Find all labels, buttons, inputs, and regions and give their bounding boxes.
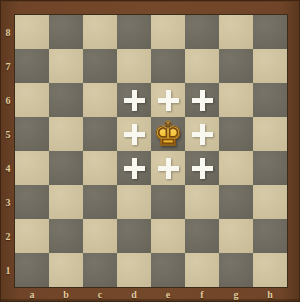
square-a6[interactable]	[15, 83, 49, 117]
square-g6[interactable]	[219, 83, 253, 117]
square-d2[interactable]	[117, 219, 151, 253]
square-d5[interactable]	[117, 117, 151, 151]
square-b1[interactable]	[49, 253, 83, 287]
rank-label-7: 7	[1, 49, 15, 83]
white-king-piece[interactable]: ♚	[153, 117, 183, 151]
square-c3[interactable]	[83, 185, 117, 219]
square-h7[interactable]	[253, 49, 287, 83]
square-g4[interactable]	[219, 151, 253, 185]
file-labels: abcdefgh	[15, 287, 287, 301]
square-e3[interactable]	[151, 185, 185, 219]
square-h8[interactable]	[253, 15, 287, 49]
file-label-d: d	[117, 287, 151, 301]
rank-label-1: 1	[1, 253, 15, 287]
file-label-h: h	[253, 287, 287, 301]
square-a7[interactable]	[15, 49, 49, 83]
square-f8[interactable]	[185, 15, 219, 49]
move-marker-cross-icon	[158, 90, 179, 111]
square-d1[interactable]	[117, 253, 151, 287]
move-marker-cross-icon	[192, 124, 213, 145]
square-a1[interactable]	[15, 253, 49, 287]
square-h2[interactable]	[253, 219, 287, 253]
square-e4[interactable]	[151, 151, 185, 185]
square-b5[interactable]	[49, 117, 83, 151]
square-c5[interactable]	[83, 117, 117, 151]
move-marker-cross-icon	[124, 158, 145, 179]
square-g7[interactable]	[219, 49, 253, 83]
square-a4[interactable]	[15, 151, 49, 185]
square-e1[interactable]	[151, 253, 185, 287]
rank-labels: 87654321	[1, 15, 15, 287]
rank-label-6: 6	[1, 83, 15, 117]
square-g8[interactable]	[219, 15, 253, 49]
file-label-g: g	[219, 287, 253, 301]
rank-label-3: 3	[1, 185, 15, 219]
square-b3[interactable]	[49, 185, 83, 219]
square-d8[interactable]	[117, 15, 151, 49]
rank-label-5: 5	[1, 117, 15, 151]
square-h5[interactable]	[253, 117, 287, 151]
square-f2[interactable]	[185, 219, 219, 253]
file-label-f: f	[185, 287, 219, 301]
square-e5[interactable]: ♚	[151, 117, 185, 151]
move-marker-cross-icon	[124, 90, 145, 111]
square-g2[interactable]	[219, 219, 253, 253]
move-marker-cross-icon	[192, 90, 213, 111]
chess-board: ♚	[15, 15, 287, 287]
square-d7[interactable]	[117, 49, 151, 83]
square-a2[interactable]	[15, 219, 49, 253]
file-label-e: e	[151, 287, 185, 301]
square-c8[interactable]	[83, 15, 117, 49]
file-label-a: a	[15, 287, 49, 301]
square-f3[interactable]	[185, 185, 219, 219]
square-b2[interactable]	[49, 219, 83, 253]
square-h4[interactable]	[253, 151, 287, 185]
square-d4[interactable]	[117, 151, 151, 185]
square-b4[interactable]	[49, 151, 83, 185]
square-g1[interactable]	[219, 253, 253, 287]
rank-label-8: 8	[1, 15, 15, 49]
move-marker-cross-icon	[158, 158, 179, 179]
square-b7[interactable]	[49, 49, 83, 83]
square-e8[interactable]	[151, 15, 185, 49]
square-e7[interactable]	[151, 49, 185, 83]
square-d3[interactable]	[117, 185, 151, 219]
square-f6[interactable]	[185, 83, 219, 117]
square-c7[interactable]	[83, 49, 117, 83]
square-h1[interactable]	[253, 253, 287, 287]
square-c1[interactable]	[83, 253, 117, 287]
chess-board-frame: 87654321 abcdefgh ♚	[0, 0, 300, 302]
square-b6[interactable]	[49, 83, 83, 117]
file-label-c: c	[83, 287, 117, 301]
square-d6[interactable]	[117, 83, 151, 117]
move-marker-cross-icon	[124, 124, 145, 145]
square-c4[interactable]	[83, 151, 117, 185]
square-g3[interactable]	[219, 185, 253, 219]
square-h3[interactable]	[253, 185, 287, 219]
square-f7[interactable]	[185, 49, 219, 83]
file-label-b: b	[49, 287, 83, 301]
square-c2[interactable]	[83, 219, 117, 253]
rank-label-4: 4	[1, 151, 15, 185]
square-g5[interactable]	[219, 117, 253, 151]
square-e6[interactable]	[151, 83, 185, 117]
square-a3[interactable]	[15, 185, 49, 219]
square-c6[interactable]	[83, 83, 117, 117]
square-a8[interactable]	[15, 15, 49, 49]
square-a5[interactable]	[15, 117, 49, 151]
square-f1[interactable]	[185, 253, 219, 287]
rank-label-2: 2	[1, 219, 15, 253]
square-h6[interactable]	[253, 83, 287, 117]
square-e2[interactable]	[151, 219, 185, 253]
square-b8[interactable]	[49, 15, 83, 49]
move-marker-cross-icon	[192, 158, 213, 179]
square-f4[interactable]	[185, 151, 219, 185]
square-f5[interactable]	[185, 117, 219, 151]
